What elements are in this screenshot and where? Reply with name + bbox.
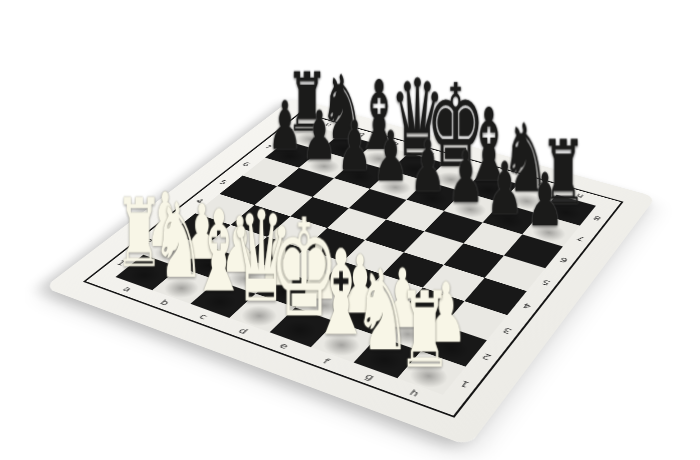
white-rook-h1: ♜: [398, 278, 449, 383]
vinyl-board-mat: abcdefgh8♜♞♝♛♚♝♞♜87♟♟♟♟♟♟♟♟7665544332♟♟♟…: [44, 98, 656, 447]
black-pawn-f7: ♟: [444, 143, 487, 214]
square-h7: ♟: [522, 214, 580, 246]
white-knight-g1: ♞: [354, 255, 404, 367]
black-pawn-d7: ♟: [370, 122, 412, 192]
chess-board-grid: abcdefgh8♜♞♝♛♚♝♞♜87♟♟♟♟♟♟♟♟7665544332♟♟♟…: [86, 113, 621, 416]
photo-background: abcdefgh8♜♞♝♛♚♝♞♜87♟♟♟♟♟♟♟♟7665544332♟♟♟…: [0, 0, 700, 460]
black-pawn-e7: ♟: [407, 132, 449, 203]
chess-board-perspective: abcdefgh8♜♞♝♛♚♝♞♜87♟♟♟♟♟♟♟♟7665544332♟♟♟…: [44, 98, 656, 447]
board-frame-line: abcdefgh8♜♞♝♛♚♝♞♜87♟♟♟♟♟♟♟♟7665544332♟♟♟…: [83, 112, 624, 418]
black-pawn-g7: ♟: [483, 153, 526, 225]
black-pawn-h7: ♟: [523, 164, 567, 237]
